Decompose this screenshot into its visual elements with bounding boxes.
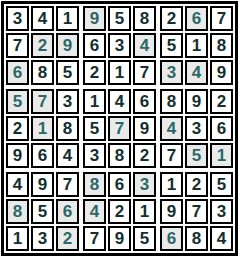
sudoku-cell[interactable]: 3 — [160, 60, 183, 85]
sudoku-box: 267518349 — [160, 6, 233, 85]
sudoku-cell[interactable]: 9 — [108, 226, 131, 251]
sudoku-cell[interactable]: 3 — [83, 143, 106, 168]
sudoku-cell[interactable]: 4 — [210, 226, 233, 251]
sudoku-cell[interactable]: 1 — [160, 172, 183, 197]
sudoku-box: 146579382 — [83, 89, 156, 168]
sudoku-cell[interactable]: 7 — [108, 116, 131, 141]
sudoku-cell[interactable]: 6 — [185, 6, 208, 31]
sudoku-cell[interactable]: 4 — [56, 143, 79, 168]
sudoku-cell[interactable]: 8 — [160, 89, 183, 114]
sudoku-cell[interactable]: 9 — [185, 89, 208, 114]
sudoku-cell[interactable]: 7 — [31, 89, 54, 114]
sudoku-cell[interactable]: 2 — [6, 116, 29, 141]
sudoku-cell[interactable]: 9 — [56, 33, 79, 58]
sudoku-box: 863421795 — [83, 172, 156, 251]
sudoku-cell[interactable]: 3 — [56, 89, 79, 114]
sudoku-cell[interactable]: 7 — [83, 226, 106, 251]
sudoku-cell[interactable]: 1 — [185, 33, 208, 58]
sudoku-cell[interactable]: 9 — [133, 116, 156, 141]
sudoku-cell[interactable]: 8 — [133, 6, 156, 31]
sudoku-cell[interactable]: 2 — [185, 172, 208, 197]
sudoku-cell[interactable]: 3 — [108, 33, 131, 58]
sudoku-cell[interactable]: 1 — [133, 199, 156, 224]
sudoku-cell[interactable]: 1 — [83, 89, 106, 114]
sudoku-cell[interactable]: 6 — [133, 89, 156, 114]
sudoku-box: 958634217 — [83, 6, 156, 85]
sudoku-cell[interactable]: 9 — [160, 199, 183, 224]
sudoku-cell[interactable]: 6 — [83, 33, 106, 58]
sudoku-cell[interactable]: 5 — [56, 60, 79, 85]
sudoku-cell[interactable]: 2 — [210, 89, 233, 114]
sudoku-cell[interactable]: 8 — [6, 199, 29, 224]
sudoku-cell[interactable]: 4 — [83, 199, 106, 224]
sudoku-cell[interactable]: 2 — [133, 143, 156, 168]
sudoku-cell[interactable]: 7 — [160, 143, 183, 168]
sudoku-cell[interactable]: 4 — [160, 116, 183, 141]
sudoku-cell[interactable]: 2 — [31, 33, 54, 58]
sudoku-cell[interactable]: 8 — [31, 60, 54, 85]
sudoku-cell[interactable]: 5 — [6, 89, 29, 114]
sudoku-cell[interactable]: 3 — [133, 172, 156, 197]
sudoku-cell[interactable]: 5 — [133, 226, 156, 251]
sudoku-cell[interactable]: 8 — [210, 33, 233, 58]
sudoku-cell[interactable]: 9 — [210, 60, 233, 85]
sudoku-cell[interactable]: 7 — [133, 60, 156, 85]
sudoku-cell[interactable]: 5 — [210, 172, 233, 197]
sudoku-cell[interactable]: 2 — [108, 199, 131, 224]
sudoku-cell[interactable]: 3 — [6, 6, 29, 31]
sudoku-cell[interactable]: 7 — [210, 6, 233, 31]
sudoku-cell[interactable]: 6 — [210, 116, 233, 141]
sudoku-cell[interactable]: 5 — [108, 6, 131, 31]
sudoku-box: 125973684 — [160, 172, 233, 251]
sudoku-board: 3417296859586342172675183495732189641465… — [1, 1, 238, 256]
sudoku-cell[interactable]: 5 — [160, 33, 183, 58]
sudoku-cell[interactable]: 9 — [83, 6, 106, 31]
sudoku-cell[interactable]: 9 — [6, 143, 29, 168]
sudoku-cell[interactable]: 1 — [108, 60, 131, 85]
sudoku-cell[interactable]: 7 — [185, 199, 208, 224]
sudoku-cell[interactable]: 7 — [6, 33, 29, 58]
sudoku-cell[interactable]: 7 — [56, 172, 79, 197]
sudoku-cell[interactable]: 3 — [31, 226, 54, 251]
sudoku-cell[interactable]: 4 — [185, 60, 208, 85]
sudoku-cell[interactable]: 4 — [108, 89, 131, 114]
sudoku-cell[interactable]: 3 — [210, 199, 233, 224]
sudoku-cell[interactable]: 1 — [56, 6, 79, 31]
sudoku-box: 497856132 — [6, 172, 79, 251]
sudoku-cell[interactable]: 6 — [56, 199, 79, 224]
sudoku-cell[interactable]: 5 — [83, 116, 106, 141]
sudoku-cell[interactable]: 8 — [56, 116, 79, 141]
sudoku-cell[interactable]: 6 — [160, 226, 183, 251]
sudoku-cell[interactable]: 1 — [6, 226, 29, 251]
sudoku-cell[interactable]: 2 — [83, 60, 106, 85]
sudoku-cell[interactable]: 6 — [108, 172, 131, 197]
sudoku-cell[interactable]: 4 — [6, 172, 29, 197]
sudoku-cell[interactable]: 8 — [108, 143, 131, 168]
sudoku-cell[interactable]: 6 — [31, 143, 54, 168]
sudoku-box: 892436751 — [160, 89, 233, 168]
sudoku-box: 341729685 — [6, 6, 79, 85]
sudoku-box: 573218964 — [6, 89, 79, 168]
sudoku-cell[interactable]: 2 — [160, 6, 183, 31]
sudoku-cell[interactable]: 6 — [6, 60, 29, 85]
sudoku-cell[interactable]: 8 — [185, 226, 208, 251]
sudoku-cell[interactable]: 5 — [185, 143, 208, 168]
sudoku-cell[interactable]: 5 — [31, 199, 54, 224]
sudoku-cell[interactable]: 1 — [210, 143, 233, 168]
sudoku-cell[interactable]: 3 — [185, 116, 208, 141]
sudoku-cell[interactable]: 2 — [56, 226, 79, 251]
sudoku-cell[interactable]: 4 — [31, 6, 54, 31]
sudoku-cell[interactable]: 4 — [133, 33, 156, 58]
sudoku-cell[interactable]: 1 — [31, 116, 54, 141]
sudoku-cell[interactable]: 9 — [31, 172, 54, 197]
sudoku-cell[interactable]: 8 — [83, 172, 106, 197]
